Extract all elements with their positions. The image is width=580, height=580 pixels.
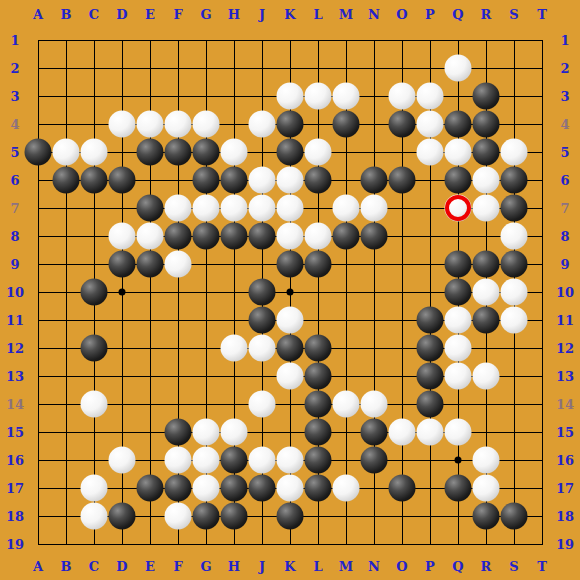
column-label-bottom: S bbox=[509, 559, 518, 574]
stone-black-P11 bbox=[417, 307, 444, 334]
stone-white-L5 bbox=[305, 139, 332, 166]
stone-white-O3 bbox=[389, 83, 416, 110]
row-label-left: 17 bbox=[6, 481, 24, 496]
stone-black-L6 bbox=[305, 167, 332, 194]
stone-black-M4 bbox=[333, 111, 360, 138]
column-label-top: F bbox=[173, 7, 182, 22]
stone-black-E7 bbox=[137, 195, 164, 222]
row-label-left: 14 bbox=[6, 397, 24, 412]
stone-white-M7 bbox=[333, 195, 360, 222]
stone-black-D18 bbox=[109, 503, 136, 530]
column-label-bottom: A bbox=[33, 559, 43, 574]
stone-white-Q2 bbox=[445, 55, 472, 82]
row-label-left: 10 bbox=[6, 285, 24, 300]
stone-black-L14 bbox=[305, 391, 332, 418]
column-label-top: J bbox=[259, 7, 265, 22]
column-label-bottom: K bbox=[284, 559, 295, 574]
stone-white-Q13 bbox=[445, 363, 472, 390]
column-label-top: S bbox=[509, 7, 518, 22]
stone-white-C14 bbox=[81, 391, 108, 418]
star-point-K10 bbox=[287, 289, 294, 296]
stone-white-H12 bbox=[221, 335, 248, 362]
row-label-right: 1 bbox=[560, 33, 569, 48]
stone-white-K11 bbox=[277, 307, 304, 334]
stone-white-C17 bbox=[81, 475, 108, 502]
stone-black-J17 bbox=[249, 475, 276, 502]
stone-white-M17 bbox=[333, 475, 360, 502]
row-label-left: 15 bbox=[6, 425, 24, 440]
column-label-bottom: N bbox=[368, 559, 380, 574]
stone-white-K8 bbox=[277, 223, 304, 250]
row-label-left: 5 bbox=[10, 145, 19, 160]
stone-black-C10 bbox=[81, 279, 108, 306]
column-label-top: G bbox=[200, 7, 211, 22]
stone-black-E17 bbox=[137, 475, 164, 502]
stone-black-G6 bbox=[193, 167, 220, 194]
stone-white-R13 bbox=[473, 363, 500, 390]
row-label-right: 5 bbox=[560, 145, 569, 160]
stone-white-F9 bbox=[165, 251, 192, 278]
stone-black-R11 bbox=[473, 307, 500, 334]
stone-black-S9 bbox=[501, 251, 528, 278]
stone-black-J10 bbox=[249, 279, 276, 306]
stone-white-H5 bbox=[221, 139, 248, 166]
stone-black-Q4 bbox=[445, 111, 472, 138]
stone-black-Q6 bbox=[445, 167, 472, 194]
stone-black-Q10 bbox=[445, 279, 472, 306]
stone-black-H16 bbox=[221, 447, 248, 474]
grid-line-horizontal bbox=[38, 404, 543, 405]
stone-black-G18 bbox=[193, 503, 220, 530]
stone-white-K17 bbox=[277, 475, 304, 502]
stone-white-K6 bbox=[277, 167, 304, 194]
row-label-right: 19 bbox=[556, 537, 574, 552]
stone-black-H8 bbox=[221, 223, 248, 250]
row-label-left: 18 bbox=[6, 509, 24, 524]
stone-white-J14 bbox=[249, 391, 276, 418]
stone-white-P5 bbox=[417, 139, 444, 166]
stone-black-R3 bbox=[473, 83, 500, 110]
grid-line-horizontal bbox=[38, 544, 543, 545]
stone-white-P4 bbox=[417, 111, 444, 138]
stone-black-C12 bbox=[81, 335, 108, 362]
stone-black-L13 bbox=[305, 363, 332, 390]
stone-black-E9 bbox=[137, 251, 164, 278]
stone-black-O4 bbox=[389, 111, 416, 138]
row-label-left: 19 bbox=[6, 537, 24, 552]
column-label-bottom: G bbox=[200, 559, 211, 574]
stone-white-J7 bbox=[249, 195, 276, 222]
row-label-right: 4 bbox=[560, 117, 569, 132]
stone-white-L8 bbox=[305, 223, 332, 250]
row-label-right: 12 bbox=[556, 341, 574, 356]
stone-white-G15 bbox=[193, 419, 220, 446]
stone-white-J16 bbox=[249, 447, 276, 474]
stone-white-F4 bbox=[165, 111, 192, 138]
stone-black-D9 bbox=[109, 251, 136, 278]
stone-white-F7 bbox=[165, 195, 192, 222]
row-label-left: 9 bbox=[10, 257, 19, 272]
stone-black-R18 bbox=[473, 503, 500, 530]
column-label-top: K bbox=[284, 7, 295, 22]
stone-black-L17 bbox=[305, 475, 332, 502]
stone-black-S7 bbox=[501, 195, 528, 222]
row-label-right: 14 bbox=[556, 397, 574, 412]
stone-black-L16 bbox=[305, 447, 332, 474]
stone-white-Q5 bbox=[445, 139, 472, 166]
row-label-left: 2 bbox=[10, 61, 19, 76]
stone-black-C6 bbox=[81, 167, 108, 194]
column-label-top: T bbox=[537, 7, 547, 22]
column-label-top: A bbox=[33, 7, 43, 22]
stone-white-S11 bbox=[501, 307, 528, 334]
stone-black-F5 bbox=[165, 139, 192, 166]
stone-white-O15 bbox=[389, 419, 416, 446]
stone-black-K5 bbox=[277, 139, 304, 166]
row-label-right: 15 bbox=[556, 425, 574, 440]
stone-white-G17 bbox=[193, 475, 220, 502]
stone-white-H15 bbox=[221, 419, 248, 446]
column-label-top: C bbox=[89, 7, 99, 22]
column-label-top: O bbox=[396, 7, 407, 22]
row-label-left: 1 bbox=[10, 33, 19, 48]
row-label-right: 2 bbox=[560, 61, 569, 76]
stone-white-B5 bbox=[53, 139, 80, 166]
row-label-left: 6 bbox=[10, 173, 19, 188]
stone-black-O6 bbox=[389, 167, 416, 194]
row-label-left: 3 bbox=[10, 89, 19, 104]
row-label-right: 11 bbox=[556, 313, 574, 328]
stone-black-G8 bbox=[193, 223, 220, 250]
stone-white-D16 bbox=[109, 447, 136, 474]
stone-black-P12 bbox=[417, 335, 444, 362]
stone-black-G5 bbox=[193, 139, 220, 166]
column-label-bottom: H bbox=[228, 559, 240, 574]
row-label-right: 13 bbox=[556, 369, 574, 384]
stone-white-H7 bbox=[221, 195, 248, 222]
column-label-top: D bbox=[116, 7, 127, 22]
star-point-Q16 bbox=[455, 457, 462, 464]
stone-white-R6 bbox=[473, 167, 500, 194]
row-label-left: 7 bbox=[10, 201, 19, 216]
column-label-top: R bbox=[481, 7, 492, 22]
star-point-D10 bbox=[119, 289, 126, 296]
stone-black-S18 bbox=[501, 503, 528, 530]
stone-white-M14 bbox=[333, 391, 360, 418]
stone-white-F16 bbox=[165, 447, 192, 474]
row-label-left: 8 bbox=[10, 229, 19, 244]
stone-black-K9 bbox=[277, 251, 304, 278]
stone-white-J6 bbox=[249, 167, 276, 194]
stone-white-S10 bbox=[501, 279, 528, 306]
stone-black-H18 bbox=[221, 503, 248, 530]
stone-white-C5 bbox=[81, 139, 108, 166]
row-label-right: 8 bbox=[560, 229, 569, 244]
stone-black-M8 bbox=[333, 223, 360, 250]
column-label-bottom: E bbox=[145, 559, 155, 574]
stone-black-N15 bbox=[361, 419, 388, 446]
last-move-marker bbox=[445, 195, 471, 221]
column-label-top: M bbox=[339, 7, 353, 22]
stone-black-L15 bbox=[305, 419, 332, 446]
stone-white-R16 bbox=[473, 447, 500, 474]
row-label-right: 17 bbox=[556, 481, 574, 496]
stone-white-J12 bbox=[249, 335, 276, 362]
grid-line-vertical bbox=[542, 40, 543, 545]
column-label-bottom: F bbox=[173, 559, 182, 574]
stone-black-J8 bbox=[249, 223, 276, 250]
stone-black-S6 bbox=[501, 167, 528, 194]
stone-white-R17 bbox=[473, 475, 500, 502]
row-label-right: 7 bbox=[560, 201, 569, 216]
stone-white-C18 bbox=[81, 503, 108, 530]
stone-black-P14 bbox=[417, 391, 444, 418]
stone-black-R9 bbox=[473, 251, 500, 278]
row-label-right: 16 bbox=[556, 453, 574, 468]
column-label-bottom: C bbox=[89, 559, 99, 574]
column-label-top: N bbox=[368, 7, 380, 22]
go-board[interactable]: AABBCCDDEEFFGGHHJJKKLLMMNNOOPPQQRRSSTT11… bbox=[0, 0, 580, 580]
row-label-left: 4 bbox=[10, 117, 19, 132]
column-label-top: H bbox=[228, 7, 240, 22]
stone-white-Q11 bbox=[445, 307, 472, 334]
stone-black-K4 bbox=[277, 111, 304, 138]
stone-black-N8 bbox=[361, 223, 388, 250]
stone-white-P3 bbox=[417, 83, 444, 110]
stone-white-N14 bbox=[361, 391, 388, 418]
stone-black-F17 bbox=[165, 475, 192, 502]
stone-white-E8 bbox=[137, 223, 164, 250]
stone-white-K16 bbox=[277, 447, 304, 474]
stone-white-G4 bbox=[193, 111, 220, 138]
stone-white-G16 bbox=[193, 447, 220, 474]
stone-white-K3 bbox=[277, 83, 304, 110]
column-label-bottom: O bbox=[396, 559, 407, 574]
stone-white-L3 bbox=[305, 83, 332, 110]
row-label-left: 13 bbox=[6, 369, 24, 384]
column-label-top: E bbox=[145, 7, 155, 22]
row-label-left: 11 bbox=[6, 313, 24, 328]
column-label-top: P bbox=[425, 7, 435, 22]
stone-black-L9 bbox=[305, 251, 332, 278]
stone-black-F8 bbox=[165, 223, 192, 250]
stone-black-J11 bbox=[249, 307, 276, 334]
row-label-right: 3 bbox=[560, 89, 569, 104]
stone-white-E4 bbox=[137, 111, 164, 138]
column-label-bottom: T bbox=[537, 559, 547, 574]
stone-white-S8 bbox=[501, 223, 528, 250]
stone-black-P13 bbox=[417, 363, 444, 390]
column-label-bottom: P bbox=[425, 559, 435, 574]
stone-white-P15 bbox=[417, 419, 444, 446]
stone-black-K12 bbox=[277, 335, 304, 362]
stone-black-K18 bbox=[277, 503, 304, 530]
stone-white-R7 bbox=[473, 195, 500, 222]
stone-white-J4 bbox=[249, 111, 276, 138]
stone-black-B6 bbox=[53, 167, 80, 194]
column-label-bottom: B bbox=[61, 559, 72, 574]
row-label-left: 16 bbox=[6, 453, 24, 468]
row-label-left: 12 bbox=[6, 341, 24, 356]
stone-black-Q17 bbox=[445, 475, 472, 502]
column-label-bottom: D bbox=[116, 559, 127, 574]
column-label-bottom: L bbox=[313, 559, 322, 574]
stone-black-E5 bbox=[137, 139, 164, 166]
row-label-right: 9 bbox=[560, 257, 569, 272]
stone-white-K13 bbox=[277, 363, 304, 390]
stone-white-M3 bbox=[333, 83, 360, 110]
stone-black-R4 bbox=[473, 111, 500, 138]
stone-black-N6 bbox=[361, 167, 388, 194]
column-label-bottom: M bbox=[339, 559, 353, 574]
column-label-bottom: R bbox=[481, 559, 492, 574]
stone-black-H6 bbox=[221, 167, 248, 194]
column-label-top: B bbox=[61, 7, 72, 22]
stone-white-D8 bbox=[109, 223, 136, 250]
column-label-bottom: J bbox=[259, 559, 265, 574]
stone-black-L12 bbox=[305, 335, 332, 362]
stone-black-R5 bbox=[473, 139, 500, 166]
stone-white-F18 bbox=[165, 503, 192, 530]
stone-black-O17 bbox=[389, 475, 416, 502]
stone-black-H17 bbox=[221, 475, 248, 502]
stone-white-S5 bbox=[501, 139, 528, 166]
stone-black-A5 bbox=[25, 139, 52, 166]
column-label-bottom: Q bbox=[452, 559, 463, 574]
row-label-right: 6 bbox=[560, 173, 569, 188]
stone-white-K7 bbox=[277, 195, 304, 222]
stone-black-D6 bbox=[109, 167, 136, 194]
stone-white-D4 bbox=[109, 111, 136, 138]
stone-black-Q9 bbox=[445, 251, 472, 278]
stone-white-G7 bbox=[193, 195, 220, 222]
column-label-top: Q bbox=[452, 7, 463, 22]
stone-white-Q15 bbox=[445, 419, 472, 446]
stone-white-N7 bbox=[361, 195, 388, 222]
row-label-right: 10 bbox=[556, 285, 574, 300]
stone-white-R10 bbox=[473, 279, 500, 306]
stone-black-N16 bbox=[361, 447, 388, 474]
column-label-top: L bbox=[313, 7, 322, 22]
stone-white-Q12 bbox=[445, 335, 472, 362]
row-label-right: 18 bbox=[556, 509, 574, 524]
stone-black-F15 bbox=[165, 419, 192, 446]
